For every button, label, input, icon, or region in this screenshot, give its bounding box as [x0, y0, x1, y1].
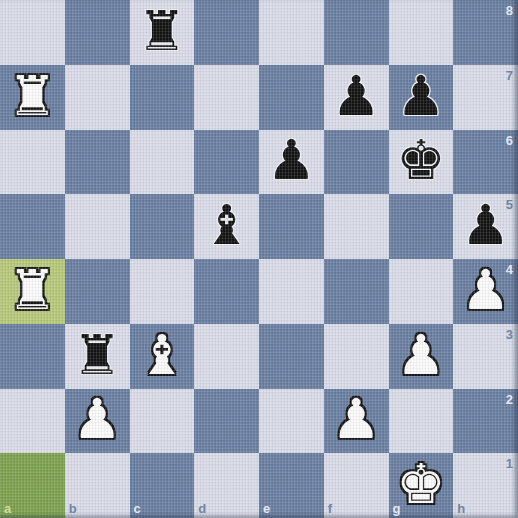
square-h7[interactable]: 7 [453, 65, 518, 130]
rank-label-2: 2 [506, 393, 513, 406]
file-label-c: c [134, 502, 141, 515]
square-d8[interactable] [194, 0, 259, 65]
square-h6[interactable]: 6 [453, 130, 518, 195]
piece-black-rook[interactable]: ♜ [137, 4, 186, 59]
rank-label-1: 1 [506, 457, 513, 470]
rank-label-7: 7 [506, 69, 513, 82]
square-c4[interactable] [130, 259, 195, 324]
square-h4[interactable]: 4♟ [453, 259, 518, 324]
square-d2[interactable] [194, 389, 259, 454]
square-c7[interactable] [130, 65, 195, 130]
square-b1[interactable]: b [65, 453, 130, 518]
piece-black-pawn[interactable]: ♟ [267, 133, 316, 188]
piece-white-rook[interactable]: ♜ [8, 69, 57, 124]
rank-label-8: 8 [506, 4, 513, 17]
square-f2[interactable]: ♟ [324, 389, 389, 454]
rank-label-3: 3 [506, 328, 513, 341]
file-label-b: b [69, 502, 77, 515]
piece-white-pawn[interactable]: ♟ [72, 392, 121, 447]
square-c6[interactable] [130, 130, 195, 195]
square-d1[interactable]: d [194, 453, 259, 518]
square-h1[interactable]: 1h [453, 453, 518, 518]
rank-label-6: 6 [506, 134, 513, 147]
square-d7[interactable] [194, 65, 259, 130]
square-f6[interactable] [324, 130, 389, 195]
square-e5[interactable] [259, 194, 324, 259]
square-d4[interactable] [194, 259, 259, 324]
square-e7[interactable] [259, 65, 324, 130]
piece-black-rook[interactable]: ♜ [72, 328, 121, 383]
square-g4[interactable] [389, 259, 454, 324]
square-g7[interactable]: ♟ [389, 65, 454, 130]
square-e8[interactable] [259, 0, 324, 65]
piece-black-king[interactable]: ♚ [396, 133, 445, 188]
file-label-h: h [457, 502, 465, 515]
file-label-a: a [4, 502, 11, 515]
square-f4[interactable] [324, 259, 389, 324]
square-g5[interactable] [389, 194, 454, 259]
square-c2[interactable] [130, 389, 195, 454]
square-d6[interactable] [194, 130, 259, 195]
rank-label-4: 4 [506, 263, 513, 276]
square-e3[interactable] [259, 324, 324, 389]
piece-white-king[interactable]: ♚ [396, 457, 445, 512]
square-a6[interactable] [0, 130, 65, 195]
square-g8[interactable] [389, 0, 454, 65]
square-b6[interactable] [65, 130, 130, 195]
piece-black-pawn[interactable]: ♟ [331, 69, 380, 124]
file-label-g: g [393, 502, 401, 515]
square-c3[interactable]: ♝ [130, 324, 195, 389]
file-label-d: d [198, 502, 206, 515]
square-a2[interactable] [0, 389, 65, 454]
square-g2[interactable] [389, 389, 454, 454]
square-b3[interactable]: ♜ [65, 324, 130, 389]
piece-black-bishop[interactable]: ♝ [202, 198, 251, 253]
piece-white-pawn[interactable]: ♟ [396, 328, 445, 383]
piece-white-pawn[interactable]: ♟ [331, 392, 380, 447]
square-h8[interactable]: 8 [453, 0, 518, 65]
square-g1[interactable]: g♚ [389, 453, 454, 518]
piece-white-rook[interactable]: ♜ [8, 263, 57, 318]
square-h3[interactable]: 3 [453, 324, 518, 389]
square-e4[interactable] [259, 259, 324, 324]
square-b7[interactable] [65, 65, 130, 130]
square-c5[interactable] [130, 194, 195, 259]
piece-black-pawn[interactable]: ♟ [396, 69, 445, 124]
square-f3[interactable] [324, 324, 389, 389]
piece-white-bishop[interactable]: ♝ [137, 328, 186, 383]
square-g3[interactable]: ♟ [389, 324, 454, 389]
piece-black-pawn[interactable]: ♟ [461, 198, 510, 253]
piece-white-pawn[interactable]: ♟ [461, 263, 510, 318]
square-a3[interactable] [0, 324, 65, 389]
square-d3[interactable] [194, 324, 259, 389]
square-e2[interactable] [259, 389, 324, 454]
square-h2[interactable]: 2 [453, 389, 518, 454]
file-label-e: e [263, 502, 270, 515]
square-b8[interactable] [65, 0, 130, 65]
square-e1[interactable]: e [259, 453, 324, 518]
file-label-f: f [328, 502, 332, 515]
square-b2[interactable]: ♟ [65, 389, 130, 454]
square-h5[interactable]: 5♟ [453, 194, 518, 259]
square-a1[interactable]: a [0, 453, 65, 518]
square-b4[interactable] [65, 259, 130, 324]
square-f7[interactable]: ♟ [324, 65, 389, 130]
square-f8[interactable] [324, 0, 389, 65]
square-c1[interactable]: c [130, 453, 195, 518]
chess-board: ♜8♜♟♟7♟♚6♝5♟♜4♟♜♝♟3♟♟2abcdefg♚1h [0, 0, 518, 518]
square-e6[interactable]: ♟ [259, 130, 324, 195]
square-a7[interactable]: ♜ [0, 65, 65, 130]
rank-label-5: 5 [506, 198, 513, 211]
square-b5[interactable] [65, 194, 130, 259]
square-a8[interactable] [0, 0, 65, 65]
square-c8[interactable]: ♜ [130, 0, 195, 65]
square-f1[interactable]: f [324, 453, 389, 518]
square-d5[interactable]: ♝ [194, 194, 259, 259]
square-f5[interactable] [324, 194, 389, 259]
square-a5[interactable] [0, 194, 65, 259]
square-g6[interactable]: ♚ [389, 130, 454, 195]
square-a4[interactable]: ♜ [0, 259, 65, 324]
